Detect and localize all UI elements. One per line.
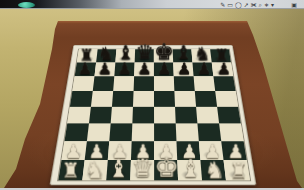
square-d3[interactable] — [132, 123, 154, 141]
square-h5[interactable] — [215, 91, 238, 107]
square-e3[interactable] — [154, 123, 176, 141]
square-b5[interactable] — [91, 91, 113, 107]
black-pawn-d7[interactable]: ♟ — [137, 61, 151, 77]
square-e7[interactable]: ♟ — [154, 62, 174, 76]
square-h2[interactable]: ♟ — [221, 141, 246, 160]
square-a5[interactable] — [70, 91, 93, 107]
square-f1[interactable]: ♝ — [177, 160, 202, 180]
square-g1[interactable]: ♞ — [200, 160, 226, 180]
square-d6[interactable] — [134, 76, 154, 91]
square-g7[interactable]: ♟ — [192, 62, 213, 76]
square-b4[interactable] — [89, 107, 112, 124]
square-c5[interactable] — [112, 91, 134, 107]
square-f6[interactable] — [174, 76, 195, 91]
square-c6[interactable] — [113, 76, 134, 91]
circle-icon[interactable]: ◯ — [235, 2, 242, 8]
dropdown-icon[interactable]: ▾ — [271, 2, 274, 8]
white-queen-d1[interactable]: ♛ — [131, 156, 154, 181]
square-b3[interactable] — [87, 123, 111, 141]
square-g5[interactable] — [195, 91, 217, 107]
app-logo-dot — [18, 2, 35, 8]
white-knight-b1[interactable]: ♞ — [84, 158, 104, 181]
square-b6[interactable] — [93, 76, 115, 91]
titlebar-far-right: ▣ — [291, 0, 297, 9]
square-b7[interactable]: ♟ — [94, 62, 115, 76]
square-c4[interactable] — [111, 107, 133, 124]
white-bishop-c1[interactable]: ♝ — [107, 157, 129, 181]
square-g3[interactable] — [197, 123, 221, 141]
square-c1[interactable]: ♝ — [106, 160, 131, 180]
pen-icon[interactable]: ✎ — [220, 2, 225, 8]
square-d5[interactable] — [133, 91, 154, 107]
square-h4[interactable] — [217, 107, 241, 124]
square-c7[interactable]: ♟ — [114, 62, 134, 76]
chess-board: ♜♞♝♛♚♝♞♜♟♟♟♟♟♟♟♟♟♟♟♟♟♟♟♟♜♞♝♛♚♝♞♜ — [50, 45, 257, 185]
square-a2[interactable]: ♟ — [62, 141, 87, 160]
black-pawn-b7[interactable]: ♟ — [97, 61, 111, 77]
panel-icon[interactable]: ▣ — [291, 2, 297, 8]
black-pawn-c7[interactable]: ♟ — [117, 61, 131, 77]
black-pawn-f7[interactable]: ♟ — [177, 61, 191, 77]
square-a3[interactable] — [64, 123, 88, 141]
white-knight-g1[interactable]: ♞ — [204, 158, 224, 181]
square-f4[interactable] — [175, 107, 197, 124]
square-h6[interactable] — [213, 76, 235, 91]
square-a6[interactable] — [72, 76, 94, 91]
zoom-icon[interactable]: ⌕ — [259, 2, 262, 8]
square-a4[interactable] — [67, 107, 91, 124]
titlebar-toolbar: ✎▭◯➚✀⌕∗▾ — [220, 0, 274, 9]
square-e4[interactable] — [154, 107, 176, 124]
black-pawn-e7[interactable]: ♟ — [157, 61, 171, 77]
window-bottom-edge — [0, 188, 304, 190]
square-h3[interactable] — [219, 123, 244, 141]
crop-icon[interactable]: ✀ — [251, 2, 257, 8]
square-e1[interactable]: ♚ — [154, 160, 178, 180]
square-c3[interactable] — [109, 123, 132, 141]
percent-icon[interactable]: ∗ — [264, 2, 269, 8]
square-d4[interactable] — [132, 107, 154, 124]
square-f5[interactable] — [174, 91, 196, 107]
white-king-e1[interactable]: ♚ — [154, 154, 179, 181]
board-grid: ♜♞♝♛♚♝♞♜♟♟♟♟♟♟♟♟♟♟♟♟♟♟♟♟♜♞♝♛♚♝♞♜ — [57, 49, 251, 182]
arrow-icon[interactable]: ➚ — [244, 2, 249, 8]
rectangle-icon[interactable]: ▭ — [227, 2, 233, 8]
white-bishop-f1[interactable]: ♝ — [179, 157, 201, 181]
square-h1[interactable]: ♜ — [224, 160, 250, 180]
square-a7[interactable]: ♟ — [75, 62, 96, 76]
table-back-rim — [58, 21, 247, 24]
square-a1[interactable]: ♜ — [58, 160, 84, 180]
square-f7[interactable]: ♟ — [173, 62, 193, 76]
square-e5[interactable] — [154, 91, 175, 107]
square-f3[interactable] — [176, 123, 199, 141]
square-d7[interactable]: ♟ — [134, 62, 154, 76]
white-rook-h1[interactable]: ♜ — [229, 161, 247, 182]
square-g4[interactable] — [196, 107, 219, 124]
square-g6[interactable] — [194, 76, 216, 91]
square-d1[interactable]: ♛ — [130, 160, 154, 180]
titlebar: ✎▭◯➚✀⌕∗▾ ▣ — [0, 0, 304, 9]
black-pawn-h7[interactable]: ♟ — [216, 61, 230, 77]
black-pawn-a7[interactable]: ♟ — [77, 61, 91, 77]
square-e6[interactable] — [154, 76, 174, 91]
chess-app-window: ✎▭◯➚✀⌕∗▾ ▣ ♜♞♝♛♚♝♞♜♟♟♟♟♟♟♟♟♟♟♟♟♟♟♟♟♜♞♝♛♚… — [0, 0, 304, 190]
square-h7[interactable]: ♟ — [212, 62, 234, 76]
game-scene: ♜♞♝♛♚♝♞♜♟♟♟♟♟♟♟♟♟♟♟♟♟♟♟♟♜♞♝♛♚♝♞♜ — [0, 9, 304, 188]
white-rook-a1[interactable]: ♜ — [61, 161, 79, 182]
square-b1[interactable]: ♞ — [82, 160, 108, 180]
black-pawn-g7[interactable]: ♟ — [196, 61, 210, 77]
